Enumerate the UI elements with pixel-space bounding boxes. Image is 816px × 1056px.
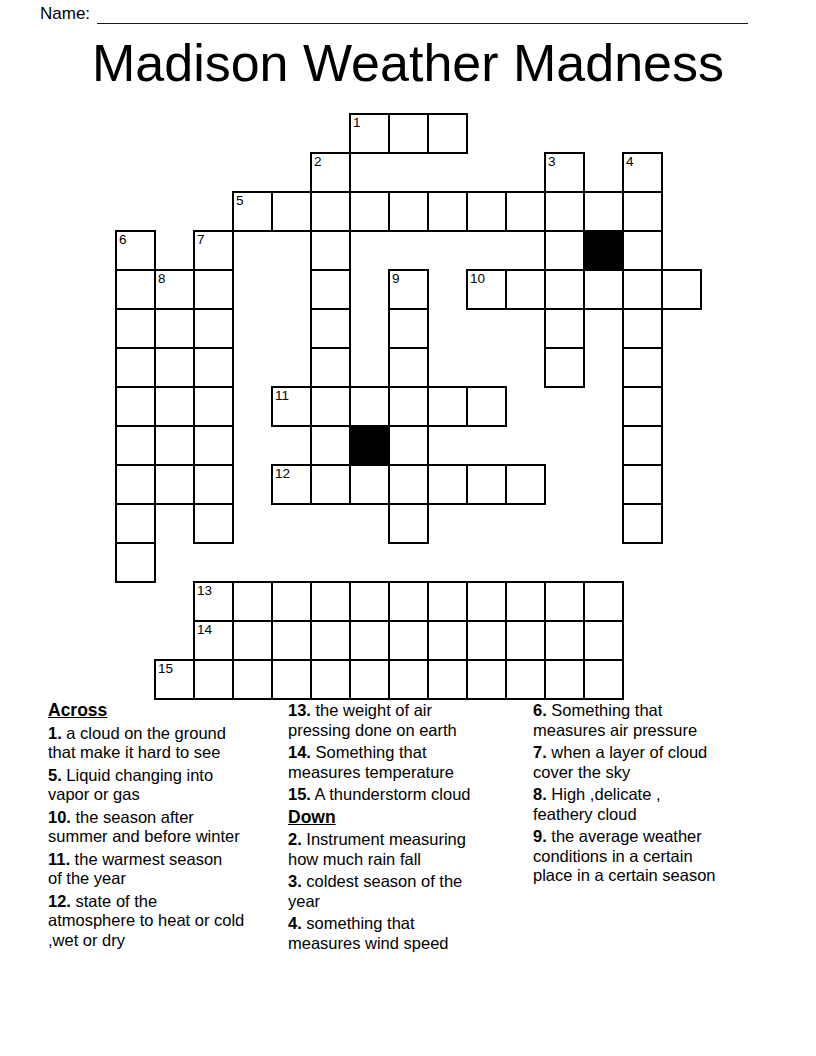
- grid-cell[interactable]: [466, 620, 507, 661]
- worksheet-page: Name: Madison Weather Madness 1234567891…: [0, 0, 816, 1056]
- grid-cell[interactable]: [466, 581, 507, 622]
- grid-cell[interactable]: [154, 308, 195, 349]
- grid-cell[interactable]: 9: [388, 269, 429, 310]
- grid-cell[interactable]: [544, 191, 585, 232]
- grid-cell[interactable]: [154, 425, 195, 466]
- grid-cell[interactable]: [154, 386, 195, 427]
- grid-cell[interactable]: [505, 191, 546, 232]
- clue-number: 15.: [288, 785, 311, 803]
- grid-cell[interactable]: 7: [193, 230, 234, 271]
- grid-cell[interactable]: [622, 464, 663, 505]
- grid-cell[interactable]: [115, 269, 156, 310]
- clue-across-15: 15. A thunderstorm cloud: [288, 785, 533, 805]
- across-heading: Across: [48, 701, 288, 721]
- grid-cell[interactable]: [271, 620, 312, 661]
- grid-cell[interactable]: [427, 659, 468, 700]
- grid-cell[interactable]: [544, 620, 585, 661]
- grid-cell[interactable]: [193, 308, 234, 349]
- cell-number: 6: [119, 233, 127, 246]
- clue-number: 12.: [48, 892, 71, 910]
- grid-cell[interactable]: 11: [271, 386, 312, 427]
- clue-number: 9.: [533, 827, 547, 845]
- grid-cell[interactable]: [466, 191, 507, 232]
- clue-number: 6.: [533, 701, 547, 719]
- grid-cell[interactable]: 12: [271, 464, 312, 505]
- grid-cell[interactable]: 10: [466, 269, 507, 310]
- grid-cell[interactable]: 1: [349, 113, 390, 154]
- grid-cell[interactable]: [583, 191, 624, 232]
- clue-number: 8.: [533, 785, 547, 803]
- grid-cell[interactable]: [505, 620, 546, 661]
- grid-cell[interactable]: [622, 503, 663, 544]
- down-heading: Down: [288, 808, 533, 828]
- grid-cell[interactable]: [232, 659, 273, 700]
- grid-cell[interactable]: [427, 113, 468, 154]
- clue-number: 14.: [288, 743, 311, 761]
- grid-cell[interactable]: [544, 347, 585, 388]
- grid-cell[interactable]: [193, 269, 234, 310]
- clue-down-2: 2. Instrument measuringhow much rain fal…: [288, 830, 533, 869]
- cell-number: 10: [470, 272, 485, 285]
- cell-number: 13: [197, 584, 212, 597]
- grid-cell[interactable]: [115, 542, 156, 583]
- grid-cell[interactable]: [388, 503, 429, 544]
- grid-cell[interactable]: [349, 581, 390, 622]
- grid-cell[interactable]: [427, 620, 468, 661]
- grid-cell[interactable]: [310, 269, 351, 310]
- grid-cell[interactable]: [583, 620, 624, 661]
- cell-number: 5: [236, 194, 244, 207]
- grid-cell[interactable]: [349, 386, 390, 427]
- grid-cell[interactable]: [271, 581, 312, 622]
- clue-number: 13.: [288, 701, 311, 719]
- clue-number: 4.: [288, 914, 302, 932]
- grid-cell[interactable]: [232, 620, 273, 661]
- grid-cell[interactable]: [388, 581, 429, 622]
- clue-down-9: 9. the average weatherconditions in a ce…: [533, 827, 788, 886]
- clue-across-5: 5. Liquid changing intovapor or gas: [48, 766, 288, 805]
- grid-cell[interactable]: [388, 425, 429, 466]
- cell-number: 14: [197, 623, 212, 636]
- grid-cell[interactable]: [544, 308, 585, 349]
- grid-cell[interactable]: [310, 230, 351, 271]
- grid-cell[interactable]: [310, 464, 351, 505]
- clue-number: 2.: [288, 830, 302, 848]
- blocked-cell: [583, 230, 624, 271]
- clue-column-1: Across1. a cloud on the groundthat make …: [48, 701, 288, 956]
- grid-cell[interactable]: [583, 581, 624, 622]
- grid-cell[interactable]: [544, 230, 585, 271]
- grid-cell[interactable]: [115, 425, 156, 466]
- grid-cell[interactable]: [622, 308, 663, 349]
- clue-across-1: 1. a cloud on the groundthat make it har…: [48, 724, 288, 763]
- grid-cell[interactable]: [427, 191, 468, 232]
- cell-number: 11: [275, 389, 289, 402]
- clue-number: 5.: [48, 766, 62, 784]
- grid-cell[interactable]: [583, 269, 624, 310]
- cell-number: 4: [626, 155, 634, 168]
- grid-cell[interactable]: [505, 581, 546, 622]
- grid-cell[interactable]: 6: [115, 230, 156, 271]
- cell-number: 9: [392, 272, 400, 285]
- grid-cell[interactable]: [622, 191, 663, 232]
- grid-cell[interactable]: [271, 191, 312, 232]
- grid-cell[interactable]: [193, 386, 234, 427]
- grid-cell[interactable]: [349, 464, 390, 505]
- grid-cell[interactable]: [544, 269, 585, 310]
- grid-cell[interactable]: [310, 425, 351, 466]
- grid-cell[interactable]: [427, 464, 468, 505]
- cell-number: 15: [158, 662, 173, 675]
- clue-across-10: 10. the season aftersummer and before wi…: [48, 808, 288, 847]
- clue-down-8: 8. High ,delicate ,feathery cloud: [533, 785, 788, 824]
- cell-number: 7: [197, 233, 205, 246]
- clue-across-14: 14. Something thatmeasures temperature: [288, 743, 533, 782]
- grid-cell[interactable]: 5: [232, 191, 273, 232]
- grid-cell[interactable]: [466, 464, 507, 505]
- grid-cell[interactable]: [193, 347, 234, 388]
- grid-cell[interactable]: [622, 386, 663, 427]
- grid-cell[interactable]: 2: [310, 152, 351, 193]
- clue-number: 3.: [288, 872, 302, 890]
- grid-cell[interactable]: [310, 581, 351, 622]
- grid-cell[interactable]: [388, 347, 429, 388]
- grid-cell[interactable]: [622, 347, 663, 388]
- grid-cell[interactable]: [310, 386, 351, 427]
- grid-cell[interactable]: 13: [193, 581, 234, 622]
- grid-cell[interactable]: [622, 230, 663, 271]
- grid-cell[interactable]: [505, 464, 546, 505]
- grid-cell[interactable]: [388, 191, 429, 232]
- grid-cell[interactable]: [232, 581, 273, 622]
- grid-cell[interactable]: [310, 659, 351, 700]
- cell-number: 3: [548, 155, 556, 168]
- cell-number: 1: [353, 116, 361, 129]
- grid-cell[interactable]: [310, 191, 351, 232]
- grid-cell[interactable]: [115, 347, 156, 388]
- grid-cell[interactable]: [193, 464, 234, 505]
- clue-across-11: 11. the warmest seasonof the year: [48, 850, 288, 889]
- name-row: Name:: [40, 4, 748, 24]
- name-label: Name:: [40, 4, 90, 24]
- grid-cell[interactable]: [388, 464, 429, 505]
- crossword-grid: 123456789101112131415: [115, 113, 700, 698]
- grid-cell[interactable]: [661, 269, 702, 310]
- grid-cell[interactable]: [271, 659, 312, 700]
- grid-cell[interactable]: [154, 464, 195, 505]
- grid-cell[interactable]: [466, 659, 507, 700]
- grid-cell[interactable]: [349, 620, 390, 661]
- clue-number: 1.: [48, 724, 62, 742]
- clue-across-13: 13. the weight of airpressing done on ea…: [288, 701, 533, 740]
- grid-cell[interactable]: [193, 659, 234, 700]
- grid-cell[interactable]: [349, 191, 390, 232]
- clue-column-3: 6. Something thatmeasures air pressure7.…: [533, 701, 788, 956]
- grid-cell[interactable]: [622, 269, 663, 310]
- clue-down-3: 3. coldest season of theyear: [288, 872, 533, 911]
- grid-cell[interactable]: [388, 386, 429, 427]
- clue-down-7: 7. when a layer of cloudcover the sky: [533, 743, 788, 782]
- grid-cell[interactable]: [349, 659, 390, 700]
- grid-cell[interactable]: [388, 620, 429, 661]
- grid-cell[interactable]: [115, 503, 156, 544]
- clue-number: 11.: [48, 850, 70, 868]
- grid-cell[interactable]: 15: [154, 659, 195, 700]
- grid-cell[interactable]: 14: [193, 620, 234, 661]
- grid-cell[interactable]: [193, 503, 234, 544]
- cell-number: 12: [275, 467, 290, 480]
- grid-cell[interactable]: [310, 347, 351, 388]
- grid-cell[interactable]: [310, 308, 351, 349]
- grid-cell[interactable]: [388, 659, 429, 700]
- grid-cell[interactable]: [115, 308, 156, 349]
- grid-cell[interactable]: 8: [154, 269, 195, 310]
- grid-cell[interactable]: [193, 425, 234, 466]
- cell-number: 2: [314, 155, 322, 168]
- grid-cell[interactable]: [544, 659, 585, 700]
- grid-cell[interactable]: [388, 308, 429, 349]
- grid-cell[interactable]: [505, 269, 546, 310]
- clue-column-2: 13. the weight of airpressing done on ea…: [288, 701, 533, 956]
- grid-cell[interactable]: 4: [622, 152, 663, 193]
- clue-number: 7.: [533, 743, 547, 761]
- grid-cell[interactable]: [544, 581, 585, 622]
- grid-cell[interactable]: [115, 464, 156, 505]
- grid-cell[interactable]: [583, 659, 624, 700]
- grid-cell[interactable]: [427, 386, 468, 427]
- grid-cell[interactable]: [505, 659, 546, 700]
- clue-across-12: 12. state of theatmosphere to heat or co…: [48, 892, 288, 951]
- name-blank-line[interactable]: [97, 5, 748, 24]
- clue-down-6: 6. Something thatmeasures air pressure: [533, 701, 788, 740]
- grid-cell[interactable]: [622, 425, 663, 466]
- page-title: Madison Weather Madness: [0, 37, 816, 89]
- grid-cell[interactable]: [310, 620, 351, 661]
- grid-cell[interactable]: [154, 347, 195, 388]
- grid-cell[interactable]: [466, 386, 507, 427]
- grid-cell[interactable]: [427, 581, 468, 622]
- grid-cell[interactable]: [115, 386, 156, 427]
- clue-down-4: 4. something thatmeasures wind speed: [288, 914, 533, 953]
- grid-cell[interactable]: [388, 113, 429, 154]
- blocked-cell: [349, 425, 390, 466]
- grid-cell[interactable]: 3: [544, 152, 585, 193]
- clue-section: Across1. a cloud on the groundthat make …: [48, 701, 788, 956]
- clue-number: 10.: [48, 808, 71, 826]
- cell-number: 8: [158, 272, 166, 285]
